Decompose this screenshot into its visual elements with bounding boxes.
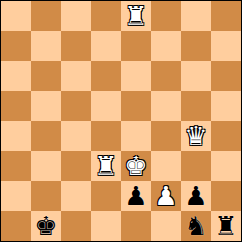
square-e8[interactable]: ♜ bbox=[121, 1, 151, 31]
square-d8[interactable] bbox=[91, 1, 121, 31]
square-b3[interactable] bbox=[31, 151, 61, 181]
black-pawn[interactable]: ♟ bbox=[184, 181, 207, 211]
square-c5[interactable] bbox=[61, 91, 91, 121]
square-d5[interactable] bbox=[91, 91, 121, 121]
square-a6[interactable] bbox=[1, 61, 31, 91]
square-a8[interactable] bbox=[1, 1, 31, 31]
square-h2[interactable] bbox=[211, 181, 241, 211]
square-b8[interactable] bbox=[31, 1, 61, 31]
square-d4[interactable] bbox=[91, 121, 121, 151]
square-d1[interactable] bbox=[91, 211, 121, 241]
black-pawn[interactable]: ♟ bbox=[124, 181, 147, 211]
square-c8[interactable] bbox=[61, 1, 91, 31]
square-a2[interactable] bbox=[1, 181, 31, 211]
square-d7[interactable] bbox=[91, 31, 121, 61]
white-queen[interactable]: ♛ bbox=[184, 121, 207, 151]
square-b6[interactable] bbox=[31, 61, 61, 91]
square-d3[interactable]: ♜ bbox=[91, 151, 121, 181]
black-knight[interactable]: ♞ bbox=[184, 211, 207, 241]
square-a1[interactable] bbox=[1, 211, 31, 241]
square-f2[interactable]: ♟ bbox=[151, 181, 181, 211]
square-c2[interactable] bbox=[61, 181, 91, 211]
square-g7[interactable] bbox=[181, 31, 211, 61]
square-e4[interactable] bbox=[121, 121, 151, 151]
square-c1[interactable] bbox=[61, 211, 91, 241]
white-rook[interactable]: ♜ bbox=[94, 151, 117, 181]
square-f8[interactable] bbox=[151, 1, 181, 31]
square-g3[interactable] bbox=[181, 151, 211, 181]
square-f3[interactable] bbox=[151, 151, 181, 181]
square-a3[interactable] bbox=[1, 151, 31, 181]
square-h6[interactable] bbox=[211, 61, 241, 91]
square-g5[interactable] bbox=[181, 91, 211, 121]
square-h3[interactable] bbox=[211, 151, 241, 181]
square-e2[interactable]: ♟ bbox=[121, 181, 151, 211]
square-c6[interactable] bbox=[61, 61, 91, 91]
white-pawn[interactable]: ♟ bbox=[154, 181, 177, 211]
square-g1[interactable]: ♞ bbox=[181, 211, 211, 241]
square-b4[interactable] bbox=[31, 121, 61, 151]
square-g8[interactable] bbox=[181, 1, 211, 31]
square-a7[interactable] bbox=[1, 31, 31, 61]
square-f4[interactable] bbox=[151, 121, 181, 151]
square-b1[interactable]: ♚ bbox=[31, 211, 61, 241]
square-f1[interactable] bbox=[151, 211, 181, 241]
square-a4[interactable] bbox=[1, 121, 31, 151]
square-b7[interactable] bbox=[31, 31, 61, 61]
square-b5[interactable] bbox=[31, 91, 61, 121]
square-g4[interactable]: ♛ bbox=[181, 121, 211, 151]
square-h7[interactable] bbox=[211, 31, 241, 61]
chess-board: ♜♛♜♚♟♟♟♚♞♜ bbox=[0, 0, 242, 242]
square-g2[interactable]: ♟ bbox=[181, 181, 211, 211]
square-e7[interactable] bbox=[121, 31, 151, 61]
square-h4[interactable] bbox=[211, 121, 241, 151]
black-rook[interactable]: ♜ bbox=[214, 211, 237, 241]
square-c3[interactable] bbox=[61, 151, 91, 181]
square-f6[interactable] bbox=[151, 61, 181, 91]
square-h8[interactable] bbox=[211, 1, 241, 31]
square-b2[interactable] bbox=[31, 181, 61, 211]
square-f7[interactable] bbox=[151, 31, 181, 61]
square-c4[interactable] bbox=[61, 121, 91, 151]
square-c7[interactable] bbox=[61, 31, 91, 61]
square-a5[interactable] bbox=[1, 91, 31, 121]
square-e3[interactable]: ♚ bbox=[121, 151, 151, 181]
square-d2[interactable] bbox=[91, 181, 121, 211]
white-rook[interactable]: ♜ bbox=[124, 1, 147, 31]
square-d6[interactable] bbox=[91, 61, 121, 91]
black-king[interactable]: ♚ bbox=[34, 211, 57, 241]
square-h5[interactable] bbox=[211, 91, 241, 121]
square-e6[interactable] bbox=[121, 61, 151, 91]
square-f5[interactable] bbox=[151, 91, 181, 121]
white-king[interactable]: ♚ bbox=[124, 151, 147, 181]
square-h1[interactable]: ♜ bbox=[211, 211, 241, 241]
square-e1[interactable] bbox=[121, 211, 151, 241]
square-g6[interactable] bbox=[181, 61, 211, 91]
square-e5[interactable] bbox=[121, 91, 151, 121]
